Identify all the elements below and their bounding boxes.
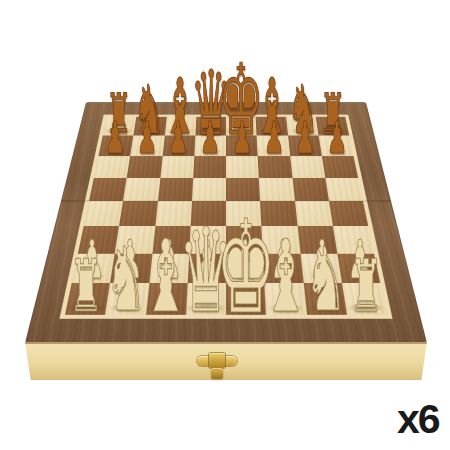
square-b7 [130, 136, 164, 156]
square-d5 [192, 178, 226, 201]
square-a1 [65, 283, 110, 315]
square-a2 [72, 253, 115, 282]
square-g7 [288, 136, 322, 156]
square-d6 [193, 156, 226, 178]
square-f6 [258, 156, 292, 178]
square-e1 [226, 283, 266, 315]
square-a4 [84, 201, 124, 226]
square-h3 [333, 226, 374, 253]
square-f3 [262, 226, 300, 253]
square-d1 [186, 283, 226, 315]
square-c8 [164, 117, 196, 136]
chess-board-grid [59, 115, 392, 319]
square-h7 [318, 136, 353, 156]
square-f4 [260, 201, 297, 226]
square-h5 [325, 178, 363, 201]
square-e7 [226, 136, 258, 156]
square-g5 [292, 178, 329, 201]
square-f2 [263, 253, 303, 282]
square-b3 [115, 226, 155, 253]
square-e2 [226, 253, 265, 282]
square-d2 [187, 253, 226, 282]
square-f7 [257, 136, 290, 156]
square-a5 [89, 178, 127, 201]
square-e3 [226, 226, 263, 253]
square-b5 [123, 178, 160, 201]
square-b1 [105, 283, 149, 315]
square-b4 [119, 201, 157, 226]
square-f5 [259, 178, 294, 201]
square-g6 [290, 156, 325, 178]
square-d4 [190, 201, 226, 226]
square-g8 [286, 117, 319, 136]
square-e8 [226, 117, 257, 136]
square-c2 [149, 253, 189, 282]
square-e6 [226, 156, 259, 178]
square-g2 [300, 253, 342, 282]
chess-board-perspective-wrap [61, 36, 391, 366]
square-b8 [134, 117, 167, 136]
square-g4 [295, 201, 333, 226]
square-a7 [99, 136, 134, 156]
square-c5 [158, 178, 193, 201]
square-h4 [329, 201, 369, 226]
square-h6 [322, 156, 358, 178]
square-a6 [94, 156, 130, 178]
square-e5 [226, 178, 260, 201]
square-g1 [303, 283, 347, 315]
clasp-tab [211, 368, 223, 379]
square-c7 [162, 136, 195, 156]
square-f8 [256, 117, 288, 136]
square-f1 [265, 283, 307, 315]
square-c4 [155, 201, 192, 226]
square-b6 [127, 156, 162, 178]
square-h2 [337, 253, 380, 282]
square-g3 [297, 226, 337, 253]
square-a3 [78, 226, 119, 253]
square-e4 [226, 201, 262, 226]
quantity-badge: x6 [397, 399, 439, 440]
square-d3 [189, 226, 226, 253]
square-h8 [315, 117, 349, 136]
square-b2 [110, 253, 152, 282]
chess-board-frame [25, 102, 427, 343]
square-d7 [194, 136, 226, 156]
chess-set-product-photo: ♜♞♝♛♚♝♞♜♟♟♟♟♟♟♟♟♟♟♟♟♟♟♟♟♜♞♝♛♚♝♞♜ x6 [0, 0, 450, 450]
clasp-latch [209, 353, 225, 368]
square-c6 [160, 156, 194, 178]
square-d8 [195, 117, 226, 136]
square-a8 [103, 117, 137, 136]
square-c3 [152, 226, 190, 253]
square-h1 [342, 283, 387, 315]
square-c1 [146, 283, 188, 315]
